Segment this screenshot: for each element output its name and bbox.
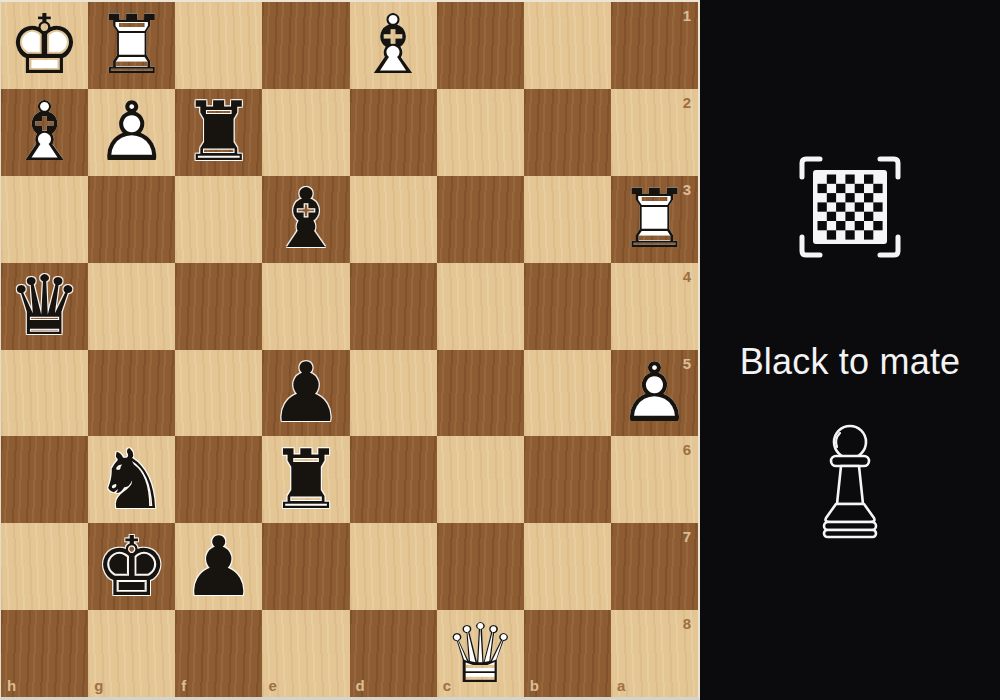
square-a6[interactable]: 6 bbox=[611, 436, 698, 523]
piece-black-rook: ♜ bbox=[262, 436, 349, 523]
square-e5[interactable]: ♟ bbox=[262, 350, 349, 437]
square-g2[interactable]: ♟♙ bbox=[88, 89, 175, 176]
square-d7[interactable] bbox=[350, 523, 437, 610]
square-b4[interactable] bbox=[524, 263, 611, 350]
square-b7[interactable] bbox=[524, 523, 611, 610]
square-g7[interactable]: ♚ bbox=[88, 523, 175, 610]
rank-label: 3 bbox=[683, 181, 691, 198]
square-a1[interactable]: 1 bbox=[611, 2, 698, 89]
square-h7[interactable] bbox=[1, 523, 88, 610]
square-h8[interactable]: h bbox=[1, 610, 88, 697]
square-d2[interactable] bbox=[350, 89, 437, 176]
file-label: a bbox=[617, 677, 625, 694]
rank-label: 7 bbox=[683, 528, 691, 545]
piece-white-pawn: ♟♙ bbox=[88, 89, 175, 176]
square-e1[interactable] bbox=[262, 2, 349, 89]
square-e4[interactable] bbox=[262, 263, 349, 350]
square-g8[interactable]: g bbox=[88, 610, 175, 697]
square-c3[interactable] bbox=[437, 176, 524, 263]
square-d3[interactable] bbox=[350, 176, 437, 263]
square-d4[interactable] bbox=[350, 263, 437, 350]
square-c5[interactable] bbox=[437, 350, 524, 437]
square-f5[interactable] bbox=[175, 350, 262, 437]
square-b6[interactable] bbox=[524, 436, 611, 523]
square-f3[interactable] bbox=[175, 176, 262, 263]
square-d6[interactable] bbox=[350, 436, 437, 523]
square-d5[interactable] bbox=[350, 350, 437, 437]
square-c8[interactable]: ♛♕c bbox=[437, 610, 524, 697]
square-g6[interactable]: ♞ bbox=[88, 436, 175, 523]
square-e7[interactable] bbox=[262, 523, 349, 610]
square-b2[interactable] bbox=[524, 89, 611, 176]
board-frame: ♚♔♜♖♝♗1♝♗♟♙♜2♝♜♖3♛4♟♟♙5♞♜6♚♟7hgfed♛♕cb8a bbox=[0, 0, 700, 700]
square-f7[interactable]: ♟ bbox=[175, 523, 262, 610]
piece-black-king: ♚ bbox=[88, 523, 175, 610]
square-b5[interactable] bbox=[524, 350, 611, 437]
board-scan-icon bbox=[798, 155, 902, 259]
square-a8[interactable]: 8a bbox=[611, 610, 698, 697]
square-a5[interactable]: ♟♙5 bbox=[611, 350, 698, 437]
rank-label: 5 bbox=[683, 355, 691, 372]
puzzle-caption: Black to mate bbox=[740, 341, 961, 383]
square-d1[interactable]: ♝♗ bbox=[350, 2, 437, 89]
square-h5[interactable] bbox=[1, 350, 88, 437]
piece-white-bishop: ♝♗ bbox=[350, 2, 437, 89]
piece-white-bishop: ♝♗ bbox=[1, 89, 88, 176]
board: ♚♔♜♖♝♗1♝♗♟♙♜2♝♜♖3♛4♟♟♙5♞♜6♚♟7hgfed♛♕cb8a bbox=[1, 2, 698, 697]
square-h1[interactable]: ♚♔ bbox=[1, 2, 88, 89]
square-e8[interactable]: e bbox=[262, 610, 349, 697]
square-h4[interactable]: ♛ bbox=[1, 263, 88, 350]
file-label: g bbox=[94, 677, 103, 694]
piece-white-rook: ♜♖ bbox=[88, 2, 175, 89]
rank-label: 4 bbox=[683, 268, 691, 285]
square-e2[interactable] bbox=[262, 89, 349, 176]
square-g5[interactable] bbox=[88, 350, 175, 437]
piece-black-rook: ♜ bbox=[175, 89, 262, 176]
piece-black-knight: ♞ bbox=[88, 436, 175, 523]
square-f8[interactable]: f bbox=[175, 610, 262, 697]
square-h2[interactable]: ♝♗ bbox=[1, 89, 88, 176]
square-c7[interactable] bbox=[437, 523, 524, 610]
square-g4[interactable] bbox=[88, 263, 175, 350]
square-b8[interactable]: b bbox=[524, 610, 611, 697]
piece-black-pawn: ♟ bbox=[262, 350, 349, 437]
square-a2[interactable]: 2 bbox=[611, 89, 698, 176]
rank-label: 1 bbox=[683, 7, 691, 24]
file-label: d bbox=[356, 677, 365, 694]
square-f6[interactable] bbox=[175, 436, 262, 523]
square-a4[interactable]: 4 bbox=[611, 263, 698, 350]
square-h6[interactable] bbox=[1, 436, 88, 523]
square-e6[interactable]: ♜ bbox=[262, 436, 349, 523]
rank-label: 8 bbox=[683, 615, 691, 632]
black-pawn-icon bbox=[818, 423, 882, 539]
piece-black-bishop: ♝ bbox=[262, 176, 349, 263]
piece-black-pawn: ♟ bbox=[175, 523, 262, 610]
piece-black-queen: ♛ bbox=[1, 263, 88, 350]
file-label: c bbox=[443, 677, 451, 694]
puzzle-sidebar: Black to mate bbox=[700, 0, 1000, 700]
square-c6[interactable] bbox=[437, 436, 524, 523]
square-f1[interactable] bbox=[175, 2, 262, 89]
file-label: h bbox=[7, 677, 16, 694]
square-b3[interactable] bbox=[524, 176, 611, 263]
square-g3[interactable] bbox=[88, 176, 175, 263]
app: ♚♔♜♖♝♗1♝♗♟♙♜2♝♜♖3♛4♟♟♙5♞♜6♚♟7hgfed♛♕cb8a… bbox=[0, 0, 1000, 700]
rank-label: 6 bbox=[683, 441, 691, 458]
square-g1[interactable]: ♜♖ bbox=[88, 2, 175, 89]
rank-label: 2 bbox=[683, 94, 691, 111]
square-c1[interactable] bbox=[437, 2, 524, 89]
square-e3[interactable]: ♝ bbox=[262, 176, 349, 263]
file-label: b bbox=[530, 677, 539, 694]
square-f4[interactable] bbox=[175, 263, 262, 350]
square-a3[interactable]: ♜♖3 bbox=[611, 176, 698, 263]
square-a7[interactable]: 7 bbox=[611, 523, 698, 610]
square-c2[interactable] bbox=[437, 89, 524, 176]
file-label: e bbox=[268, 677, 276, 694]
square-b1[interactable] bbox=[524, 2, 611, 89]
square-h3[interactable] bbox=[1, 176, 88, 263]
square-d8[interactable]: d bbox=[350, 610, 437, 697]
square-c4[interactable] bbox=[437, 263, 524, 350]
file-label: f bbox=[181, 677, 186, 694]
square-f2[interactable]: ♜ bbox=[175, 89, 262, 176]
piece-white-king: ♚♔ bbox=[1, 2, 88, 89]
